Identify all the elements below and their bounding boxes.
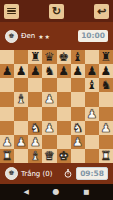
- white-king-avatar-icon: ♚: [8, 170, 14, 177]
- app-bar: ↻ ↩: [0, 0, 113, 22]
- black-knight[interactable]: ♞: [44, 65, 55, 77]
- undo-button[interactable]: ↩: [94, 4, 109, 19]
- black-bishop[interactable]: ♝: [86, 79, 97, 91]
- square-d8[interactable]: ♛: [42, 50, 56, 64]
- white-pawn[interactable]: ♟: [2, 136, 13, 148]
- white-rook[interactable]: ♜: [101, 150, 112, 162]
- square-h1[interactable]: ♜: [99, 149, 113, 163]
- square-e6[interactable]: [57, 78, 71, 92]
- player-clock: 09:58: [76, 167, 108, 181]
- undo-icon: ↩: [97, 6, 106, 17]
- square-f8[interactable]: ♝: [71, 50, 85, 64]
- square-e5[interactable]: [57, 92, 71, 106]
- black-pawn[interactable]: ♟: [16, 65, 27, 77]
- opponent-avatar: ♚: [5, 30, 18, 43]
- black-pawn[interactable]: ♟: [86, 65, 97, 77]
- square-h7[interactable]: ♟: [99, 64, 113, 78]
- opponent-name: Đen: [21, 32, 35, 40]
- square-h8[interactable]: ♜: [99, 50, 113, 64]
- square-b3[interactable]: [14, 121, 28, 135]
- square-e3[interactable]: [57, 121, 71, 135]
- home-icon[interactable]: ●: [53, 188, 60, 196]
- square-a2[interactable]: ♟: [0, 135, 14, 149]
- menu-icon: [7, 7, 16, 16]
- square-g2[interactable]: [85, 135, 99, 149]
- square-b5[interactable]: ♝: [14, 92, 28, 106]
- square-h5[interactable]: [99, 92, 113, 106]
- square-g8[interactable]: [85, 50, 99, 64]
- black-pawn[interactable]: ♟: [72, 65, 83, 77]
- android-nav-bar: ◀ ● ■: [0, 184, 113, 200]
- square-a7[interactable]: ♟: [0, 64, 14, 78]
- white-pawn[interactable]: ♟: [86, 108, 97, 120]
- white-king[interactable]: ♚: [58, 150, 69, 162]
- square-f7[interactable]: ♟: [71, 64, 85, 78]
- square-f5[interactable]: [71, 92, 85, 106]
- white-knight[interactable]: ♞: [72, 122, 83, 134]
- square-h3[interactable]: ♟: [99, 121, 113, 135]
- black-bishop[interactable]: ♝: [72, 51, 83, 63]
- white-pawn[interactable]: ♟: [72, 136, 83, 148]
- white-pawn[interactable]: ♟: [16, 136, 27, 148]
- square-c5[interactable]: [28, 92, 42, 106]
- square-b4[interactable]: [14, 107, 28, 121]
- square-b7[interactable]: ♟: [14, 64, 28, 78]
- square-c3[interactable]: ♞: [28, 121, 42, 135]
- player-row: ♚ Trắng (0) 09:58: [0, 163, 113, 184]
- square-c8[interactable]: ♜: [28, 50, 42, 64]
- square-g1[interactable]: [85, 149, 99, 163]
- white-bishop[interactable]: ♝: [16, 93, 27, 105]
- square-a4[interactable]: [0, 107, 14, 121]
- white-pawn[interactable]: ♟: [44, 122, 55, 134]
- chess-board: ♜♛♚♝♜♟♟♟♞♟♟♟♟♝♞♝♟♟♞♟♞♟♟♟♟♟♜♝♛♚♜: [0, 50, 113, 163]
- square-d6[interactable]: [42, 78, 56, 92]
- square-h2[interactable]: [99, 135, 113, 149]
- black-knight[interactable]: ♞: [101, 79, 112, 91]
- square-c2[interactable]: ♟: [28, 135, 42, 149]
- player-avatar: ♚: [5, 167, 18, 180]
- white-rook[interactable]: ♜: [2, 150, 13, 162]
- black-rook[interactable]: ♜: [30, 51, 41, 63]
- square-g7[interactable]: ♟: [85, 64, 99, 78]
- square-c1[interactable]: ♝: [28, 149, 42, 163]
- square-c6[interactable]: [28, 78, 42, 92]
- square-e4[interactable]: [57, 107, 71, 121]
- square-b2[interactable]: ♟: [14, 135, 28, 149]
- square-e8[interactable]: ♚: [57, 50, 71, 64]
- black-rook[interactable]: ♜: [101, 51, 112, 63]
- white-bishop[interactable]: ♝: [30, 150, 41, 162]
- recents-icon[interactable]: ■: [83, 189, 89, 196]
- black-pawn[interactable]: ♟: [58, 65, 69, 77]
- square-d3[interactable]: ♟: [42, 121, 56, 135]
- square-a5[interactable]: [0, 92, 14, 106]
- square-h6[interactable]: ♞: [99, 78, 113, 92]
- square-h4[interactable]: [99, 107, 113, 121]
- back-icon[interactable]: ◀: [24, 189, 29, 196]
- white-pawn[interactable]: ♟: [44, 93, 55, 105]
- black-king-avatar-icon: ♚: [8, 33, 14, 40]
- square-b1[interactable]: [14, 149, 28, 163]
- square-d5[interactable]: ♟: [42, 92, 56, 106]
- square-g4[interactable]: ♟: [85, 107, 99, 121]
- square-g3[interactable]: [85, 121, 99, 135]
- square-g6[interactable]: ♝: [85, 78, 99, 92]
- square-d4[interactable]: [42, 107, 56, 121]
- square-b6[interactable]: [14, 78, 28, 92]
- black-pawn[interactable]: ♟: [101, 65, 112, 77]
- square-d7[interactable]: ♞: [42, 64, 56, 78]
- app-window: ↻ ↩ ♚ Đen ★★ 10:00 ♜♛♚♝♜♟♟♟♞♟♟♟♟♝♞♝♟♟♞♟♞…: [0, 0, 113, 200]
- square-f1[interactable]: [71, 149, 85, 163]
- black-king[interactable]: ♚: [58, 51, 69, 63]
- black-pawn[interactable]: ♟: [2, 65, 13, 77]
- white-knight[interactable]: ♞: [30, 122, 41, 134]
- square-a8[interactable]: [0, 50, 14, 64]
- square-c4[interactable]: [28, 107, 42, 121]
- square-d2[interactable]: [42, 135, 56, 149]
- menu-button[interactable]: [4, 4, 19, 19]
- square-c7[interactable]: ♟: [28, 64, 42, 78]
- square-e1[interactable]: ♚: [57, 149, 71, 163]
- square-f6[interactable]: [71, 78, 85, 92]
- black-queen[interactable]: ♛: [44, 51, 55, 63]
- player-name: Trắng (0): [21, 170, 52, 178]
- square-g5[interactable]: [85, 92, 99, 106]
- square-b8[interactable]: [14, 50, 28, 64]
- restart-button[interactable]: ↻: [49, 4, 64, 19]
- difficulty-stars: ★★: [38, 33, 51, 40]
- square-a6[interactable]: [0, 78, 14, 92]
- black-pawn[interactable]: ♟: [30, 65, 41, 77]
- square-f3[interactable]: ♞: [71, 121, 85, 135]
- square-e2[interactable]: [57, 135, 71, 149]
- square-a1[interactable]: ♜: [0, 149, 14, 163]
- white-pawn[interactable]: ♟: [101, 122, 112, 134]
- restart-icon: ↻: [52, 6, 61, 17]
- stopwatch-icon: [64, 169, 72, 178]
- white-queen[interactable]: ♛: [44, 150, 55, 162]
- white-pawn[interactable]: ♟: [30, 136, 41, 148]
- square-f4[interactable]: [71, 107, 85, 121]
- opponent-row: ♚ Đen ★★ 10:00: [0, 22, 113, 50]
- square-d1[interactable]: ♛: [42, 149, 56, 163]
- opponent-clock: 10:00: [78, 30, 108, 42]
- square-e7[interactable]: ♟: [57, 64, 71, 78]
- square-f2[interactable]: ♟: [71, 135, 85, 149]
- square-a3[interactable]: [0, 121, 14, 135]
